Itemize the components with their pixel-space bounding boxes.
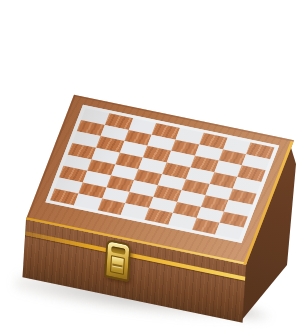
chessboard-border: [45, 105, 279, 243]
chessboard: [50, 108, 274, 239]
clasp-latch: [104, 239, 131, 282]
clasp-plate-slot: [112, 263, 122, 267]
clasp-plate: [110, 255, 125, 275]
chess-box-photo: [0, 0, 300, 330]
